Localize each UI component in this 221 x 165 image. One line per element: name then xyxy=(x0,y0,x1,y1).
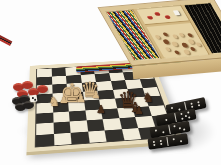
board-square[interactable] xyxy=(71,131,90,144)
domino-divider xyxy=(168,125,171,134)
boxed-chess-piece[interactable] xyxy=(162,39,170,44)
domino-pip xyxy=(180,113,182,115)
domino-pip xyxy=(153,144,155,146)
stray-mikado-stick[interactable] xyxy=(0,35,12,46)
board-square[interactable] xyxy=(88,130,107,143)
red-checker-in-box[interactable] xyxy=(154,12,161,16)
die[interactable] xyxy=(30,95,38,103)
domino-pip xyxy=(160,143,162,145)
boxed-chess-piece[interactable] xyxy=(189,47,195,51)
boxed-chess-piece[interactable] xyxy=(195,42,201,46)
domino-pip xyxy=(184,115,186,117)
board-square[interactable] xyxy=(36,134,54,147)
boxed-chess-piece[interactable] xyxy=(172,35,178,39)
boxed-chess-piece[interactable] xyxy=(165,47,171,51)
domino-pip xyxy=(180,140,182,142)
boxed-chess-piece[interactable] xyxy=(179,33,185,37)
domino-pip xyxy=(190,102,192,104)
boxed-chess-piece[interactable] xyxy=(183,49,191,54)
domino-divider xyxy=(166,137,168,146)
game-compendium-scene: ♞♟♚♟♛♟♟♛♝♞♟ xyxy=(0,0,221,165)
domino-pip xyxy=(173,138,175,140)
domino-pip xyxy=(188,116,190,118)
red-checker-in-box[interactable] xyxy=(164,15,171,19)
boxed-chess-piece[interactable] xyxy=(171,42,179,47)
domino-pip xyxy=(187,112,189,114)
domino-pip xyxy=(155,129,157,131)
chess-piece-black-p[interactable]: ♟ xyxy=(96,104,106,115)
boxed-chess-piece[interactable] xyxy=(174,50,180,54)
boxed-chess-piece[interactable] xyxy=(187,39,195,44)
domino-pip xyxy=(178,127,180,129)
domino-divider xyxy=(174,113,177,122)
chess-piece-black-p[interactable]: ♟ xyxy=(134,105,144,116)
domino-pip xyxy=(183,128,185,130)
domino-pip xyxy=(171,106,173,108)
domino-pip xyxy=(198,105,200,107)
boxed-chess-piece[interactable] xyxy=(162,32,168,36)
chess-piece-black-n[interactable]: ♞ xyxy=(142,91,154,104)
checker-red[interactable] xyxy=(37,85,48,93)
domino-pip xyxy=(197,101,199,103)
domino-pip xyxy=(181,117,183,119)
die-pip xyxy=(34,99,36,101)
boxed-chess-piece[interactable] xyxy=(155,35,161,39)
game-box xyxy=(99,0,221,65)
domino-pip xyxy=(160,139,162,141)
chess-piece-white-p[interactable]: ♟ xyxy=(92,90,101,100)
die-in-box[interactable] xyxy=(172,10,180,15)
red-checker-in-box[interactable] xyxy=(147,15,154,19)
domino-pip xyxy=(173,125,175,127)
domino-pip xyxy=(162,131,164,133)
domino-pip xyxy=(153,140,155,142)
boxed-chess-piece[interactable] xyxy=(187,33,193,37)
boxed-chess-piece[interactable] xyxy=(181,43,189,48)
domino-pip xyxy=(165,118,167,120)
board-square[interactable] xyxy=(53,132,71,145)
